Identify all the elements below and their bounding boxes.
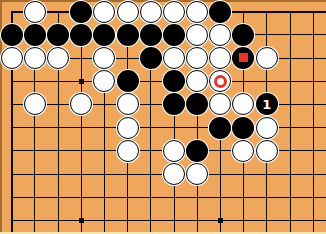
- intersection: [139, 70, 162, 93]
- black-stone: [24, 24, 46, 46]
- intersection: [0, 93, 23, 116]
- intersection: [139, 209, 162, 232]
- intersection: [278, 209, 301, 232]
- intersection: [209, 139, 232, 162]
- intersection: [186, 162, 209, 185]
- intersection: [116, 93, 139, 116]
- intersection: [232, 0, 255, 23]
- white-stone: [163, 163, 185, 185]
- intersection: [162, 116, 185, 139]
- white-stone: [117, 117, 139, 139]
- intersection: [232, 46, 255, 69]
- black-stone: [209, 117, 231, 139]
- intersection: [162, 0, 185, 23]
- intersection: [46, 162, 69, 185]
- intersection: [255, 139, 278, 162]
- intersection: [0, 0, 23, 23]
- intersection: [162, 70, 185, 93]
- intersection: [209, 23, 232, 46]
- black-stone: [70, 1, 92, 23]
- intersection: [278, 0, 301, 23]
- intersection: [278, 186, 301, 209]
- white-stone: [256, 47, 278, 69]
- intersection: [278, 93, 301, 116]
- intersection: [139, 139, 162, 162]
- intersection: [0, 139, 23, 162]
- black-stone: [163, 70, 185, 92]
- white-stone: [117, 93, 139, 115]
- intersection: [278, 116, 301, 139]
- intersection: [0, 162, 23, 185]
- intersection: [162, 162, 185, 185]
- intersection: [301, 0, 324, 23]
- white-stone: [163, 47, 185, 69]
- intersection: [116, 0, 139, 23]
- intersection: [46, 0, 69, 23]
- intersection: [23, 0, 46, 23]
- intersection: [23, 139, 46, 162]
- intersection: [0, 116, 23, 139]
- intersection: [70, 116, 93, 139]
- intersection: [301, 209, 324, 232]
- intersection: [255, 23, 278, 46]
- white-stone: [24, 1, 46, 23]
- intersection: [46, 139, 69, 162]
- intersection: [186, 116, 209, 139]
- intersection: [255, 186, 278, 209]
- intersection: [70, 0, 93, 23]
- intersection: [162, 23, 185, 46]
- intersection: [116, 162, 139, 185]
- intersection: [70, 186, 93, 209]
- intersection: [70, 209, 93, 232]
- intersection: [23, 186, 46, 209]
- intersection: [255, 70, 278, 93]
- intersection: [23, 70, 46, 93]
- intersection: [301, 70, 324, 93]
- intersection: [278, 70, 301, 93]
- intersection: [186, 0, 209, 23]
- intersection: [255, 46, 278, 69]
- intersection: [209, 186, 232, 209]
- black-stone: 1: [256, 93, 278, 115]
- black-stone: [140, 47, 162, 69]
- white-stone: [117, 1, 139, 23]
- black-stone: [93, 24, 115, 46]
- white-stone: [209, 24, 231, 46]
- intersection: [116, 186, 139, 209]
- intersection: [209, 70, 232, 93]
- black-stone: [186, 140, 208, 162]
- white-stone: [140, 1, 162, 23]
- white-stone: [186, 47, 208, 69]
- intersection: [301, 162, 324, 185]
- intersection: [232, 162, 255, 185]
- go-board: 1: [0, 0, 326, 234]
- intersection: [232, 70, 255, 93]
- intersection: [116, 46, 139, 69]
- intersection: [116, 23, 139, 46]
- white-stone: [47, 47, 69, 69]
- intersection: [232, 209, 255, 232]
- black-stone: [186, 93, 208, 115]
- intersection: [278, 162, 301, 185]
- intersection: [93, 116, 116, 139]
- board-edge-bottom: [0, 232, 326, 234]
- intersection: [0, 46, 23, 69]
- intersection: [116, 209, 139, 232]
- white-stone: [186, 70, 208, 92]
- intersection: [0, 186, 23, 209]
- white-stone: [1, 47, 23, 69]
- white-stone: [186, 1, 208, 23]
- white-stone: [186, 24, 208, 46]
- black-stone: [232, 47, 254, 69]
- intersection: [139, 23, 162, 46]
- intersection: [301, 186, 324, 209]
- intersection: [162, 46, 185, 69]
- white-stone: [93, 47, 115, 69]
- intersection: [278, 23, 301, 46]
- intersection: [301, 93, 324, 116]
- black-stone: [70, 24, 92, 46]
- intersection: [186, 70, 209, 93]
- intersection: [209, 162, 232, 185]
- intersection: [93, 186, 116, 209]
- intersection: [255, 0, 278, 23]
- intersection: [301, 139, 324, 162]
- intersection: [46, 209, 69, 232]
- intersection: [232, 116, 255, 139]
- intersection: [70, 162, 93, 185]
- intersection: [23, 162, 46, 185]
- intersection: [186, 209, 209, 232]
- white-stone: [24, 93, 46, 115]
- intersection: [0, 209, 23, 232]
- intersection: [232, 186, 255, 209]
- intersection: 1: [255, 93, 278, 116]
- black-stone: [117, 70, 139, 92]
- white-stone: [232, 93, 254, 115]
- intersection: [186, 93, 209, 116]
- intersection: [0, 70, 23, 93]
- intersection: [23, 46, 46, 69]
- white-stone: [24, 47, 46, 69]
- intersection: [23, 209, 46, 232]
- intersection: [209, 93, 232, 116]
- white-stone: [117, 140, 139, 162]
- intersection: [186, 46, 209, 69]
- intersection: [23, 93, 46, 116]
- intersection: [255, 209, 278, 232]
- intersection: [301, 23, 324, 46]
- intersection: [139, 46, 162, 69]
- intersection: [23, 116, 46, 139]
- white-stone: [186, 163, 208, 185]
- intersection: [46, 23, 69, 46]
- intersection: [116, 70, 139, 93]
- intersection: [209, 0, 232, 23]
- intersection: [139, 0, 162, 23]
- black-stone: [163, 93, 185, 115]
- intersection: [93, 0, 116, 23]
- white-stone: [256, 117, 278, 139]
- board-intersections: 1: [0, 0, 325, 232]
- black-stone: [209, 1, 231, 23]
- intersection: [46, 93, 69, 116]
- circle-mark: [214, 75, 227, 88]
- intersection: [70, 139, 93, 162]
- square-mark: [239, 53, 248, 62]
- black-stone: [117, 24, 139, 46]
- intersection: [139, 162, 162, 185]
- intersection: [232, 139, 255, 162]
- intersection: [93, 46, 116, 69]
- intersection: [23, 23, 46, 46]
- intersection: [93, 162, 116, 185]
- black-stone: [140, 24, 162, 46]
- white-stone: [163, 140, 185, 162]
- white-stone: [256, 140, 278, 162]
- white-stone: [209, 70, 231, 92]
- intersection: [278, 46, 301, 69]
- intersection: [93, 139, 116, 162]
- white-stone: [232, 140, 254, 162]
- intersection: [46, 70, 69, 93]
- intersection: [70, 93, 93, 116]
- intersection: [70, 70, 93, 93]
- black-stone: [163, 24, 185, 46]
- intersection: [209, 209, 232, 232]
- intersection: [186, 186, 209, 209]
- intersection: [162, 139, 185, 162]
- intersection: [209, 46, 232, 69]
- intersection: [162, 186, 185, 209]
- black-stone: [1, 24, 23, 46]
- intersection: [93, 209, 116, 232]
- intersection: [70, 46, 93, 69]
- intersection: [301, 116, 324, 139]
- intersection: [255, 116, 278, 139]
- intersection: [301, 46, 324, 69]
- black-stone: [232, 24, 254, 46]
- intersection: [139, 116, 162, 139]
- white-stone: [209, 93, 231, 115]
- intersection: [186, 23, 209, 46]
- intersection: [46, 186, 69, 209]
- black-stone: [232, 117, 254, 139]
- intersection: [0, 23, 23, 46]
- intersection: [93, 70, 116, 93]
- white-stone: [93, 70, 115, 92]
- intersection: [46, 116, 69, 139]
- intersection: [139, 186, 162, 209]
- intersection: [93, 93, 116, 116]
- intersection: [232, 23, 255, 46]
- intersection: [93, 23, 116, 46]
- intersection: [46, 46, 69, 69]
- intersection: [70, 23, 93, 46]
- intersection: [116, 116, 139, 139]
- white-stone: [93, 1, 115, 23]
- intersection: [139, 93, 162, 116]
- intersection: [162, 209, 185, 232]
- white-stone: [163, 1, 185, 23]
- intersection: [209, 116, 232, 139]
- intersection: [162, 93, 185, 116]
- move-number-label: 1: [262, 98, 271, 111]
- intersection: [116, 139, 139, 162]
- black-stone: [47, 24, 69, 46]
- white-stone: [209, 47, 231, 69]
- white-stone: [70, 93, 92, 115]
- intersection: [232, 93, 255, 116]
- intersection: [255, 162, 278, 185]
- intersection: [186, 139, 209, 162]
- intersection: [278, 139, 301, 162]
